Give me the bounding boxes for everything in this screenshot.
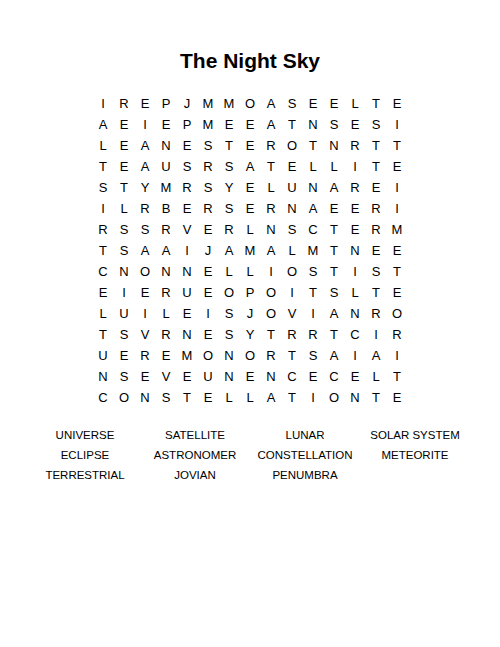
grid-cell[interactable]: O	[219, 282, 240, 303]
grid-cell[interactable]: O	[135, 261, 156, 282]
grid-cell[interactable]: L	[282, 240, 303, 261]
grid-cell[interactable]: E	[324, 93, 345, 114]
grid-cell[interactable]: R	[114, 93, 135, 114]
word-list: UNIVERSESATELLITELUNARSOLAR SYSTEMECLIPS…	[30, 429, 470, 482]
grid-cell[interactable]: R	[387, 324, 408, 345]
word-item: PENUMBRA	[250, 469, 360, 482]
grid-cell[interactable]: E	[156, 114, 177, 135]
grid-cell[interactable]: I	[93, 93, 114, 114]
grid-cell[interactable]: R	[156, 282, 177, 303]
grid-cell[interactable]: N	[219, 366, 240, 387]
grid-cell[interactable]: S	[303, 345, 324, 366]
grid-cell[interactable]: O	[261, 303, 282, 324]
word-item: UNIVERSE	[30, 429, 140, 442]
grid-cell[interactable]: E	[303, 93, 324, 114]
grid-cell[interactable]: E	[177, 303, 198, 324]
grid-cell[interactable]: E	[114, 114, 135, 135]
grid-cell[interactable]: E	[387, 156, 408, 177]
grid-cell[interactable]: R	[135, 345, 156, 366]
grid-cell[interactable]: E	[114, 345, 135, 366]
grid-cell[interactable]: M	[177, 345, 198, 366]
grid-cell[interactable]: E	[93, 282, 114, 303]
grid-cell[interactable]: I	[345, 261, 366, 282]
grid-cell[interactable]: T	[366, 282, 387, 303]
grid-cell[interactable]: S	[324, 114, 345, 135]
word-item: TERRESTRIAL	[30, 469, 140, 482]
grid-cell[interactable]: I	[261, 261, 282, 282]
grid-cell[interactable]: Y	[240, 324, 261, 345]
grid-cell[interactable]: N	[93, 366, 114, 387]
grid-cell[interactable]: B	[156, 198, 177, 219]
grid-cell[interactable]: O	[387, 303, 408, 324]
grid-cell[interactable]: V	[156, 366, 177, 387]
grid-cell[interactable]: O	[240, 93, 261, 114]
grid-cell[interactable]: N	[177, 324, 198, 345]
grid-cell[interactable]: J	[177, 93, 198, 114]
grid-cell[interactable]: S	[366, 114, 387, 135]
grid-cell[interactable]: N	[303, 114, 324, 135]
word-item: CONSTELLATION	[250, 449, 360, 462]
grid-cell[interactable]: L	[345, 282, 366, 303]
grid-cell[interactable]: E	[240, 135, 261, 156]
grid-cell[interactable]: N	[156, 135, 177, 156]
grid-cell[interactable]: I	[303, 387, 324, 408]
grid-cell[interactable]: E	[366, 240, 387, 261]
grid-cell[interactable]: I	[387, 114, 408, 135]
grid-cell[interactable]: R	[345, 177, 366, 198]
grid-cell[interactable]: T	[387, 261, 408, 282]
grid-cell[interactable]: S	[282, 219, 303, 240]
grid-cell[interactable]: T	[261, 156, 282, 177]
grid-cell[interactable]: T	[282, 387, 303, 408]
grid-cell[interactable]: L	[240, 387, 261, 408]
grid-cell[interactable]: T	[282, 114, 303, 135]
grid-cell[interactable]: E	[240, 114, 261, 135]
grid-cell[interactable]: S	[219, 198, 240, 219]
grid-cell[interactable]: R	[135, 198, 156, 219]
word-item: SATELLITE	[140, 429, 250, 442]
grid-cell[interactable]: E	[387, 387, 408, 408]
grid-cell[interactable]: E	[198, 219, 219, 240]
grid-cell[interactable]: E	[114, 156, 135, 177]
grid-cell[interactable]: T	[93, 324, 114, 345]
grid-cell[interactable]: N	[261, 219, 282, 240]
grid-cell[interactable]: E	[198, 282, 219, 303]
grid-cell[interactable]: S	[219, 156, 240, 177]
grid-cell[interactable]: M	[219, 93, 240, 114]
grid-cell[interactable]: A	[240, 156, 261, 177]
grid-cell[interactable]: I	[345, 156, 366, 177]
grid-cell[interactable]: I	[345, 345, 366, 366]
grid-cell[interactable]: E	[387, 282, 408, 303]
grid-cell[interactable]: E	[135, 366, 156, 387]
word-item: METEORITE	[360, 449, 470, 462]
grid-cell[interactable]: S	[324, 282, 345, 303]
grid-cell[interactable]: N	[156, 261, 177, 282]
grid-cell[interactable]: E	[240, 177, 261, 198]
grid-cell[interactable]: N	[282, 198, 303, 219]
grid-cell[interactable]: N	[345, 387, 366, 408]
grid-cell[interactable]: L	[345, 93, 366, 114]
grid-cell[interactable]: E	[198, 324, 219, 345]
grid-cell[interactable]: S	[282, 93, 303, 114]
grid-cell[interactable]: I	[135, 303, 156, 324]
grid-cell[interactable]: I	[387, 177, 408, 198]
grid-cell[interactable]: S	[114, 324, 135, 345]
grid-cell[interactable]: P	[177, 114, 198, 135]
grid-cell[interactable]: O	[198, 345, 219, 366]
grid-cell[interactable]: L	[114, 198, 135, 219]
grid-cell[interactable]: J	[198, 240, 219, 261]
grid-cell[interactable]: S	[198, 135, 219, 156]
grid-cell[interactable]: R	[93, 219, 114, 240]
grid-cell[interactable]: S	[219, 303, 240, 324]
grid-cell[interactable]: T	[324, 219, 345, 240]
grid-cell[interactable]: I	[177, 240, 198, 261]
grid-cell[interactable]: N	[219, 345, 240, 366]
grid-cell[interactable]: C	[303, 219, 324, 240]
grid-cell[interactable]: L	[261, 177, 282, 198]
grid-cell[interactable]: R	[261, 345, 282, 366]
grid-cell[interactable]: M	[387, 219, 408, 240]
grid-cell[interactable]: E	[240, 366, 261, 387]
grid-cell[interactable]: C	[93, 387, 114, 408]
grid-cell[interactable]: E	[387, 93, 408, 114]
grid-cell[interactable]: P	[156, 93, 177, 114]
grid-cell[interactable]: A	[156, 240, 177, 261]
grid-cell[interactable]: E	[345, 366, 366, 387]
grid-cell[interactable]: C	[345, 324, 366, 345]
grid-cell[interactable]: M	[198, 114, 219, 135]
grid-cell[interactable]: T	[366, 387, 387, 408]
grid-cell[interactable]: E	[135, 282, 156, 303]
grid-cell[interactable]: N	[345, 240, 366, 261]
grid-cell[interactable]: T	[303, 135, 324, 156]
grid-cell[interactable]: E	[198, 261, 219, 282]
grid-cell[interactable]: I	[198, 303, 219, 324]
word-item: SOLAR SYSTEM	[360, 429, 470, 442]
grid-cell[interactable]: U	[282, 177, 303, 198]
grid-cell[interactable]: C	[282, 366, 303, 387]
grid-cell[interactable]: V	[177, 219, 198, 240]
grid-cell[interactable]: I	[282, 282, 303, 303]
word-item: ECLIPSE	[30, 449, 140, 462]
grid-cell[interactable]: E	[387, 240, 408, 261]
grid-cell[interactable]: S	[114, 366, 135, 387]
grid-cell[interactable]: R	[219, 219, 240, 240]
grid-cell[interactable]: T	[261, 324, 282, 345]
grid-cell[interactable]: U	[198, 366, 219, 387]
grid-cell[interactable]: L	[156, 303, 177, 324]
grid-cell[interactable]: A	[261, 93, 282, 114]
grid-cell[interactable]: L	[303, 156, 324, 177]
grid-cell[interactable]: E	[282, 156, 303, 177]
grid-cell[interactable]: S	[135, 219, 156, 240]
grid-cell[interactable]: T	[282, 345, 303, 366]
grid-cell[interactable]: O	[324, 387, 345, 408]
grid-cell[interactable]: E	[240, 198, 261, 219]
grid-cell[interactable]: R	[198, 198, 219, 219]
grid-cell[interactable]: A	[366, 345, 387, 366]
grid-cell[interactable]: E	[177, 135, 198, 156]
grid-cell[interactable]: E	[198, 387, 219, 408]
grid-cell[interactable]: V	[135, 324, 156, 345]
grid-cell[interactable]: E	[345, 198, 366, 219]
grid-cell[interactable]: J	[240, 303, 261, 324]
grid-cell[interactable]: L	[219, 387, 240, 408]
grid-cell[interactable]: R	[156, 219, 177, 240]
grid-cell[interactable]: N	[324, 135, 345, 156]
grid-cell[interactable]: A	[324, 303, 345, 324]
grid-cell[interactable]: O	[282, 135, 303, 156]
grid-cell[interactable]: R	[282, 324, 303, 345]
grid-cell[interactable]: E	[135, 93, 156, 114]
grid-cell[interactable]: I	[114, 282, 135, 303]
grid-cell[interactable]: R	[177, 177, 198, 198]
grid-cell[interactable]: E	[177, 198, 198, 219]
grid-cell[interactable]: S	[366, 261, 387, 282]
grid-cell[interactable]: C	[324, 366, 345, 387]
grid-cell[interactable]: A	[261, 114, 282, 135]
grid-cell[interactable]: R	[156, 324, 177, 345]
grid-cell[interactable]: T	[219, 135, 240, 156]
grid-cell[interactable]: L	[366, 366, 387, 387]
grid-cell[interactable]: S	[303, 261, 324, 282]
grid-cell[interactable]: R	[261, 198, 282, 219]
grid-cell[interactable]: T	[303, 282, 324, 303]
grid-cell[interactable]: E	[324, 198, 345, 219]
grid-cell[interactable]: L	[93, 135, 114, 156]
grid-cell[interactable]: U	[177, 282, 198, 303]
grid-cell[interactable]: C	[93, 261, 114, 282]
grid-cell[interactable]: E	[156, 345, 177, 366]
grid-cell[interactable]: T	[366, 156, 387, 177]
grid-cell[interactable]: M	[240, 240, 261, 261]
grid-cell[interactable]: L	[240, 219, 261, 240]
grid-cell[interactable]: E	[366, 177, 387, 198]
grid-cell[interactable]: L	[219, 261, 240, 282]
grid-cell[interactable]: T	[387, 366, 408, 387]
grid-cell[interactable]: R	[303, 324, 324, 345]
grid-cell[interactable]: A	[324, 345, 345, 366]
grid-cell[interactable]: N	[177, 261, 198, 282]
grid-cell[interactable]: S	[219, 324, 240, 345]
grid-cell[interactable]: O	[261, 282, 282, 303]
grid-cell[interactable]: V	[282, 303, 303, 324]
grid-cell[interactable]: E	[114, 135, 135, 156]
grid-cell[interactable]: A	[219, 240, 240, 261]
grid-cell[interactable]: E	[345, 219, 366, 240]
page-title: The Night Sky	[0, 0, 500, 73]
grid-cell[interactable]: E	[345, 114, 366, 135]
grid-cell[interactable]: N	[345, 303, 366, 324]
grid-cell[interactable]: U	[114, 303, 135, 324]
grid-cell[interactable]: S	[93, 177, 114, 198]
grid-cell[interactable]: Y	[135, 177, 156, 198]
grid-cell[interactable]: N	[303, 177, 324, 198]
grid-cell[interactable]: M	[198, 93, 219, 114]
grid-cell[interactable]: U	[156, 156, 177, 177]
grid-cell[interactable]: P	[240, 282, 261, 303]
grid-cell[interactable]: Y	[219, 177, 240, 198]
grid-cell[interactable]: R	[366, 303, 387, 324]
grid-cell[interactable]: O	[282, 261, 303, 282]
grid-cell[interactable]: A	[261, 387, 282, 408]
grid-cell[interactable]: T	[93, 156, 114, 177]
grid-cell[interactable]: I	[93, 198, 114, 219]
grid-cell[interactable]: A	[135, 240, 156, 261]
grid-cell[interactable]: I	[303, 303, 324, 324]
word-item: ASTRONOMER	[140, 449, 250, 462]
grid-cell[interactable]: T	[366, 93, 387, 114]
grid-cell[interactable]: A	[303, 198, 324, 219]
grid-cell[interactable]: R	[366, 198, 387, 219]
grid-cell[interactable]: A	[261, 240, 282, 261]
grid-cell[interactable]: E	[219, 114, 240, 135]
grid-cell[interactable]: N	[135, 387, 156, 408]
grid-cell[interactable]: L	[240, 261, 261, 282]
grid-cell[interactable]: R	[261, 135, 282, 156]
grid-cell[interactable]: T	[366, 135, 387, 156]
grid-cell[interactable]: R	[345, 135, 366, 156]
word-search-grid: IREPJMMOASEELTEAEIEPMEEATNSESILEANESTERO…	[93, 93, 408, 408]
word-item: LUNAR	[250, 429, 360, 442]
grid-cell[interactable]: I	[135, 114, 156, 135]
grid-cell[interactable]: T	[324, 261, 345, 282]
grid-cell[interactable]: O	[240, 345, 261, 366]
grid-cell[interactable]: A	[135, 135, 156, 156]
grid-cell[interactable]: L	[93, 303, 114, 324]
grid-cell[interactable]: R	[198, 156, 219, 177]
grid-cell[interactable]: S	[114, 219, 135, 240]
grid-cell[interactable]: I	[366, 324, 387, 345]
grid-cell[interactable]: I	[387, 198, 408, 219]
grid-cell[interactable]: S	[198, 177, 219, 198]
grid-cell[interactable]: T	[93, 240, 114, 261]
grid-cell[interactable]: T	[324, 240, 345, 261]
grid-cell[interactable]: M	[303, 240, 324, 261]
grid-cell[interactable]: U	[93, 345, 114, 366]
grid-cell[interactable]: M	[156, 177, 177, 198]
grid-cell[interactable]: E	[303, 366, 324, 387]
grid-cell[interactable]: A	[93, 114, 114, 135]
grid-cell[interactable]: N	[114, 261, 135, 282]
grid-cell[interactable]: S	[156, 387, 177, 408]
grid-cell[interactable]: T	[114, 177, 135, 198]
grid-cell[interactable]: R	[366, 219, 387, 240]
grid-cell[interactable]: O	[114, 387, 135, 408]
grid-cell[interactable]: L	[324, 156, 345, 177]
grid-cell[interactable]: T	[324, 324, 345, 345]
grid-cell[interactable]: A	[324, 177, 345, 198]
grid-cell[interactable]: T	[387, 135, 408, 156]
grid-cell[interactable]: S	[177, 156, 198, 177]
grid-cell[interactable]: I	[387, 345, 408, 366]
grid-cell[interactable]: S	[114, 240, 135, 261]
grid-cell[interactable]: T	[177, 387, 198, 408]
word-item: JOVIAN	[140, 469, 250, 482]
grid-cell[interactable]: A	[135, 156, 156, 177]
grid-cell[interactable]: N	[261, 366, 282, 387]
grid-cell[interactable]: E	[177, 366, 198, 387]
